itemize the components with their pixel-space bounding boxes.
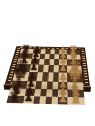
chess-piece-white-R[interactable]: ♜ (70, 92, 82, 105)
board-square[interactable]: ♜ (6, 95, 25, 103)
chess-board: ♜♟♟♜♞♟♟♞♝♟♟♝♛♟♟♛♚♟♟♚♝♟♟♝♞♟♟♞♜♟♟♜ (5, 46, 90, 86)
chess-piece-black-R[interactable]: ♜ (9, 90, 21, 103)
chess-piece-white-P[interactable]: ♟ (57, 93, 67, 104)
chess-set-product-photo: ♜♟♟♜♞♟♟♞♝♟♟♝♛♟♟♛♚♟♟♚♝♟♟♝♞♟♟♞♜♟♟♜ (0, 0, 95, 126)
board-shadow (8, 86, 89, 92)
board-square[interactable]: ♟ (57, 97, 67, 105)
board-square[interactable]: ♟ (24, 96, 35, 104)
chess-piece-black-P[interactable]: ♟ (24, 93, 34, 104)
board-square[interactable]: ♜ (67, 97, 85, 105)
